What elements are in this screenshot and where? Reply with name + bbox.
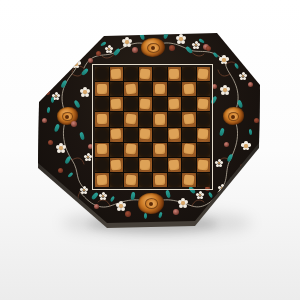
board-square[interactable] xyxy=(124,112,138,126)
white-flower-inlay xyxy=(192,41,201,50)
board-square[interactable] xyxy=(95,128,109,142)
light-square-stone-inlay xyxy=(140,129,151,140)
board-square[interactable] xyxy=(153,97,167,111)
board-square[interactable] xyxy=(110,158,124,172)
board-square[interactable] xyxy=(124,97,138,111)
board-square[interactable] xyxy=(95,158,109,172)
white-flower-inlay xyxy=(219,55,230,66)
board-square[interactable] xyxy=(197,97,211,111)
light-square-stone-inlay xyxy=(125,174,136,185)
rose-core xyxy=(151,46,155,50)
bud-inlay xyxy=(42,118,47,123)
board-square[interactable] xyxy=(153,82,167,96)
light-square-stone-inlay xyxy=(169,129,180,140)
board-square[interactable] xyxy=(110,143,124,157)
white-flower-inlay xyxy=(177,197,189,209)
light-square-stone-inlay xyxy=(183,174,194,185)
bud-inlay xyxy=(132,47,138,53)
board-square[interactable] xyxy=(110,128,124,142)
board-square[interactable] xyxy=(197,112,211,126)
board-square[interactable] xyxy=(139,67,153,81)
bud-inlay xyxy=(169,45,175,51)
board-square[interactable] xyxy=(139,173,153,187)
light-square-stone-inlay xyxy=(169,69,179,80)
board-square[interactable] xyxy=(197,173,211,187)
board-square[interactable] xyxy=(168,67,182,81)
board-square[interactable] xyxy=(182,97,196,111)
board-square[interactable] xyxy=(139,143,153,157)
board-square[interactable] xyxy=(153,128,167,142)
board-square[interactable] xyxy=(197,143,211,157)
leaf-inlay xyxy=(51,97,54,103)
bud-inlay xyxy=(45,90,50,95)
light-square-stone-inlay xyxy=(111,69,122,80)
board-square[interactable] xyxy=(182,67,196,81)
light-square-stone-inlay xyxy=(155,114,165,124)
board-square[interactable] xyxy=(95,67,109,81)
board-square[interactable] xyxy=(168,143,182,157)
bud-inlay xyxy=(248,82,253,87)
board-square[interactable] xyxy=(95,112,109,126)
light-square-stone-inlay xyxy=(169,159,180,170)
board-square[interactable] xyxy=(197,67,211,81)
light-square-stone-inlay xyxy=(97,84,107,94)
light-square-stone-inlay xyxy=(111,99,122,110)
bud-inlay xyxy=(224,142,229,147)
board-square[interactable] xyxy=(182,82,196,96)
white-flower-inlay xyxy=(196,191,205,200)
white-flower-inlay xyxy=(79,86,91,98)
board-square[interactable] xyxy=(95,97,109,111)
board-square[interactable] xyxy=(168,112,182,126)
board-square[interactable] xyxy=(153,173,167,187)
light-square-stone-inlay xyxy=(96,174,107,185)
light-square-stone-inlay xyxy=(97,114,107,125)
board-square[interactable] xyxy=(95,173,109,187)
board-square[interactable] xyxy=(95,143,109,157)
bud-inlay xyxy=(206,46,211,51)
light-square-stone-inlay xyxy=(169,99,180,110)
light-square-stone-inlay xyxy=(125,83,136,95)
white-flower-inlay xyxy=(99,192,108,201)
board-square[interactable] xyxy=(197,82,211,96)
white-flower-inlay xyxy=(105,45,114,54)
white-flower-inlay xyxy=(71,59,82,70)
chess-board[interactable] xyxy=(95,67,210,187)
light-square-stone-inlay xyxy=(183,114,194,126)
bud-inlay xyxy=(173,209,179,215)
light-square-stone-inlay xyxy=(140,159,150,170)
bud-inlay xyxy=(94,204,99,209)
board-square[interactable] xyxy=(197,158,211,172)
board-square[interactable] xyxy=(124,67,138,81)
board-square[interactable] xyxy=(153,143,167,157)
light-square-stone-inlay xyxy=(140,99,151,110)
light-square-stone-inlay xyxy=(198,68,209,79)
white-flower-inlay xyxy=(239,72,248,81)
board-square[interactable] xyxy=(139,97,153,111)
board-square[interactable] xyxy=(139,128,153,142)
product-photo xyxy=(0,0,300,300)
light-square-stone-inlay xyxy=(198,99,209,110)
board-square[interactable] xyxy=(182,128,196,142)
board-square[interactable] xyxy=(197,128,211,142)
board-square[interactable] xyxy=(110,112,124,126)
board-square[interactable] xyxy=(95,82,109,96)
bud-inlay xyxy=(71,121,77,127)
bud-inlay xyxy=(48,140,53,145)
leaf-inlay xyxy=(144,213,147,219)
white-flower-inlay xyxy=(219,84,231,96)
board-square[interactable] xyxy=(168,173,182,187)
rose-core xyxy=(149,202,153,206)
board-square[interactable] xyxy=(182,112,196,126)
rose-inlay xyxy=(141,38,165,57)
light-square-stone-inlay xyxy=(183,83,194,94)
bud-inlay xyxy=(254,118,259,123)
board-square[interactable] xyxy=(124,143,138,157)
light-square-stone-inlay xyxy=(183,144,194,156)
white-flower-inlay xyxy=(241,141,252,152)
light-square-stone-inlay xyxy=(125,114,136,126)
light-square-stone-inlay xyxy=(198,159,209,170)
board-square[interactable] xyxy=(139,82,153,96)
board-square[interactable] xyxy=(139,112,153,126)
board-square[interactable] xyxy=(110,97,124,111)
rose-inlay xyxy=(223,107,244,125)
light-square-stone-inlay xyxy=(155,144,165,155)
light-square-stone-inlay xyxy=(97,144,107,155)
board-square[interactable] xyxy=(110,67,124,81)
board-square[interactable] xyxy=(153,158,167,172)
rose-inlay xyxy=(138,193,164,214)
white-flower-inlay xyxy=(175,33,187,45)
bud-inlay xyxy=(88,58,93,63)
light-square-stone-inlay xyxy=(111,159,122,170)
board-square[interactable] xyxy=(168,82,182,96)
board-square[interactable] xyxy=(124,173,138,187)
light-square-stone-inlay xyxy=(140,68,151,79)
light-square-stone-inlay xyxy=(155,84,165,95)
board-square[interactable] xyxy=(110,173,124,187)
light-square-stone-inlay xyxy=(125,144,136,155)
bud-inlay xyxy=(58,168,63,173)
white-flower-inlay xyxy=(121,36,133,48)
board-square[interactable] xyxy=(124,82,138,96)
white-flower-inlay xyxy=(215,159,224,168)
board-square[interactable] xyxy=(168,97,182,111)
board-square[interactable] xyxy=(153,112,167,126)
bud-inlay xyxy=(96,51,101,56)
board-square[interactable] xyxy=(124,158,138,172)
bud-inlay xyxy=(56,74,61,79)
white-flower-inlay xyxy=(115,200,127,212)
board-square[interactable] xyxy=(139,158,153,172)
bud-inlay xyxy=(125,211,131,217)
board-square[interactable] xyxy=(168,158,182,172)
board-square[interactable] xyxy=(124,128,138,142)
board-square[interactable] xyxy=(182,173,196,187)
board-square[interactable] xyxy=(110,82,124,96)
light-square-stone-inlay xyxy=(155,175,165,186)
board-square[interactable] xyxy=(182,158,196,172)
light-square-stone-inlay xyxy=(111,129,122,140)
board-square[interactable] xyxy=(182,143,196,157)
board-square[interactable] xyxy=(153,67,167,81)
light-square-stone-inlay xyxy=(198,129,209,140)
white-flower-inlay xyxy=(80,186,89,195)
board-square[interactable] xyxy=(168,128,182,142)
white-flower-inlay xyxy=(55,142,67,154)
